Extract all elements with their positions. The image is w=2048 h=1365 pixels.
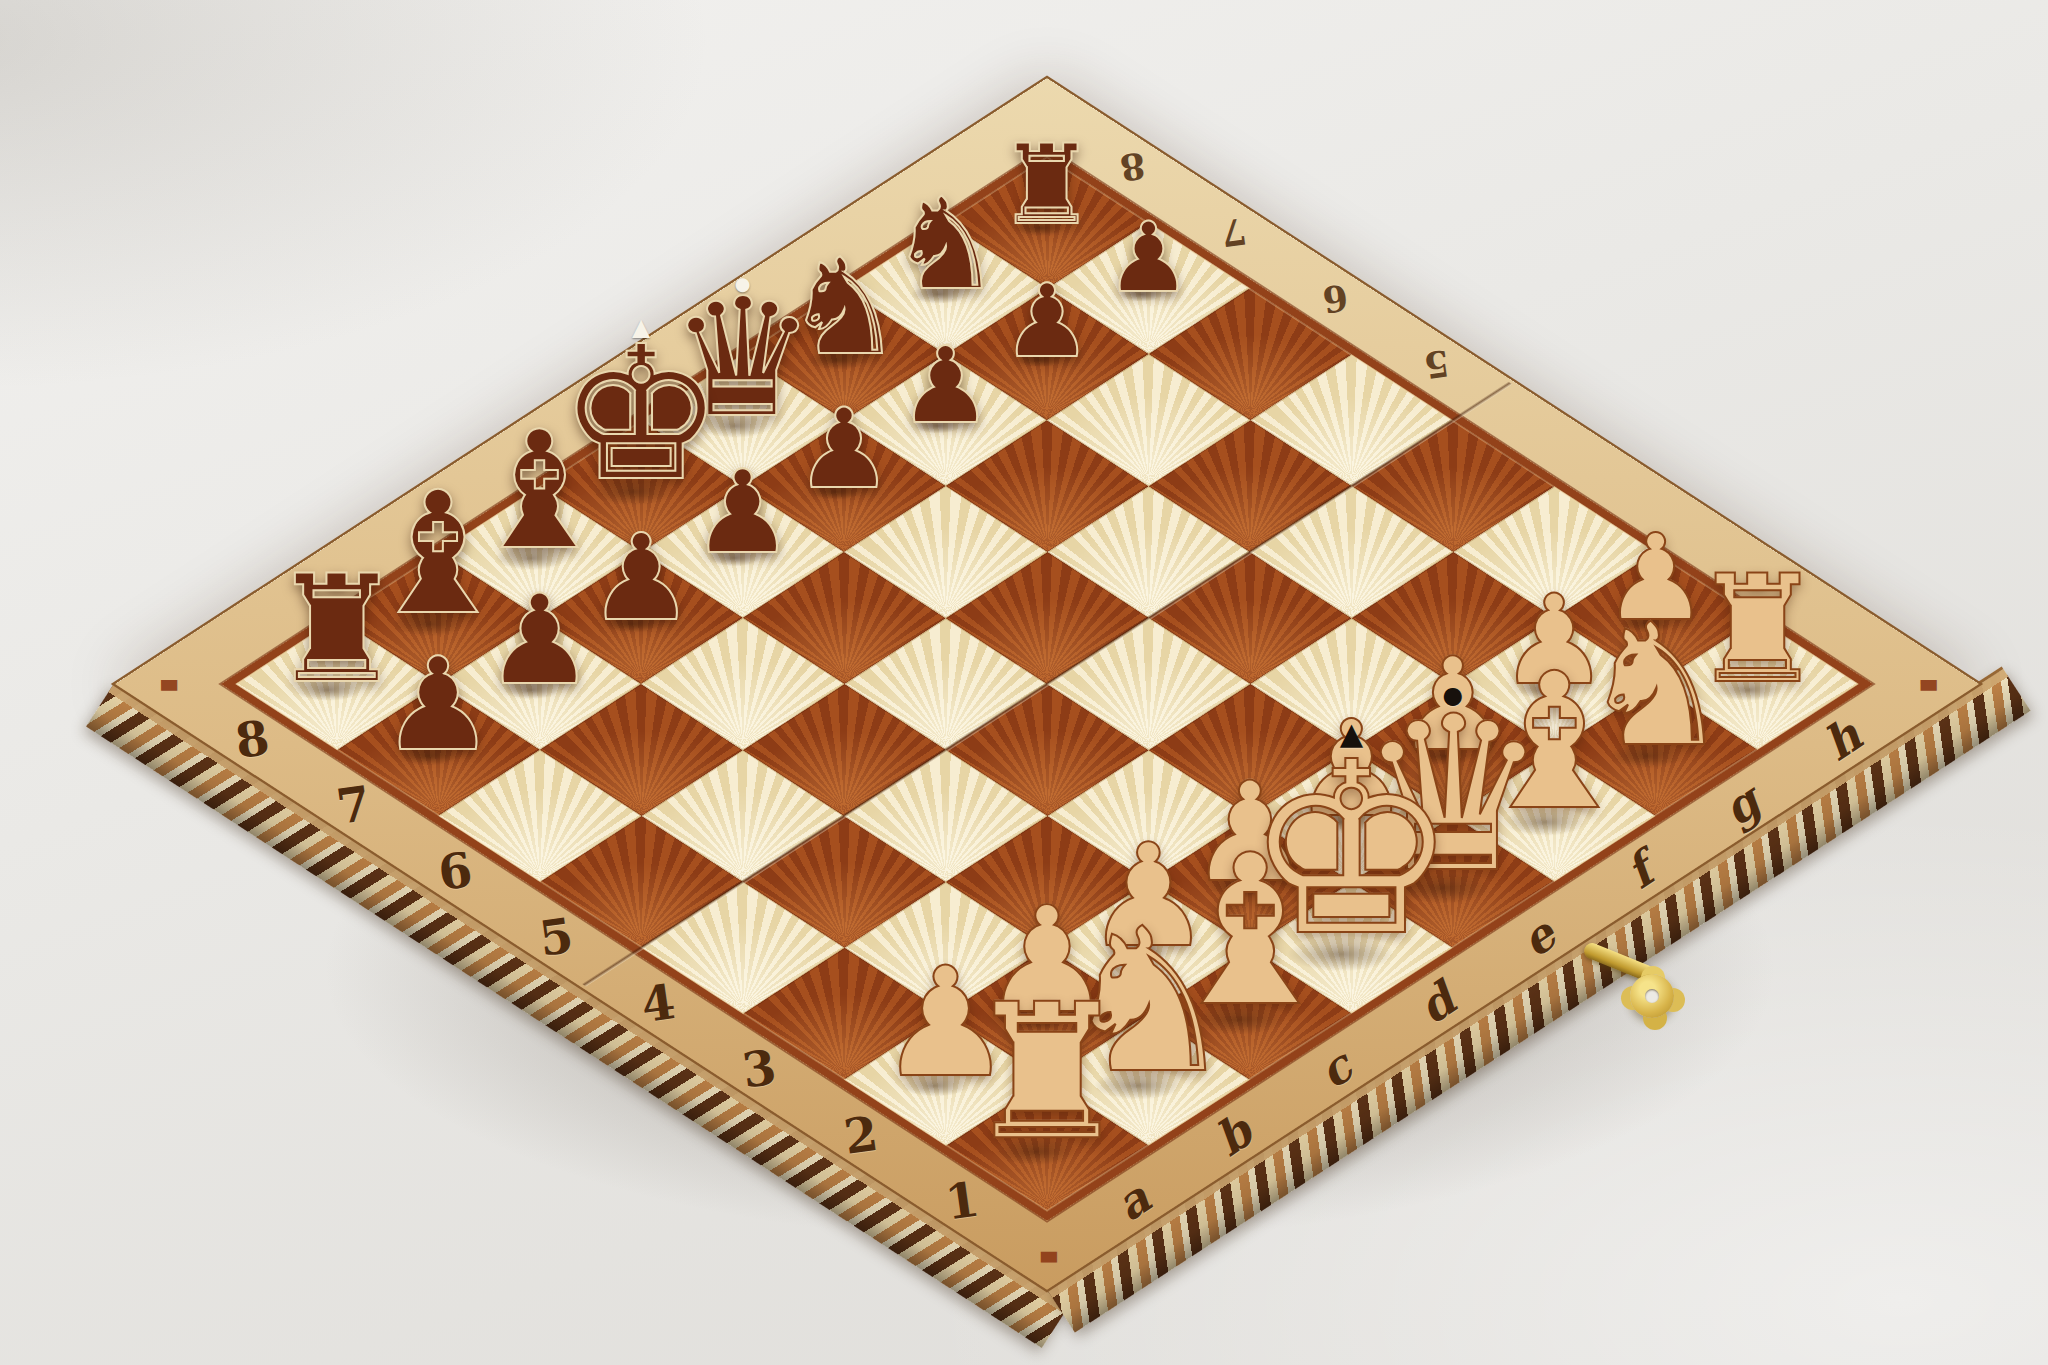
coord-number-7-left: 7 <box>333 775 374 835</box>
corner-inlay-icon: ◆ <box>1906 671 1947 698</box>
coord-number-6-left: 6 <box>435 841 476 901</box>
king-finial-icon: ▲ <box>632 316 650 338</box>
coord-number-8-far: 8 <box>1117 144 1148 189</box>
corner-inlay-icon: ◆ <box>1026 1242 1067 1269</box>
corner-inlay-icon: ◆ <box>147 671 188 698</box>
coord-number-2-left: 2 <box>840 1105 881 1165</box>
coord-number-7-far: 7 <box>1219 210 1250 255</box>
coord-number-1-left: 1 <box>942 1171 983 1231</box>
coord-number-3-left: 3 <box>739 1039 780 1099</box>
coord-number-8-left: 8 <box>232 709 273 769</box>
coord-number-5-left: 5 <box>536 907 577 967</box>
coord-number-6-far: 6 <box>1320 276 1351 321</box>
coord-number-4-left: 4 <box>637 973 678 1033</box>
coord-letter-f: f <box>1616 843 1663 899</box>
latch-plate-icon <box>1630 974 1674 1018</box>
coord-number-5-far: 5 <box>1421 342 1452 387</box>
